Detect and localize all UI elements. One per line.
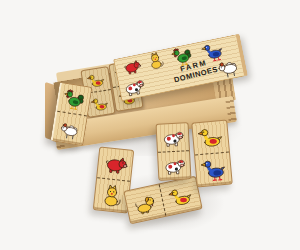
- goose-icon: [199, 155, 227, 183]
- tile-half-pig: [97, 147, 133, 181]
- cat-icon: [98, 181, 127, 210]
- tile-half-rooster: [57, 83, 91, 116]
- lid-animal-cow: [121, 73, 148, 100]
- duck-icon: [166, 182, 194, 210]
- cow-icon: [160, 125, 185, 150]
- pig-icon: [101, 150, 130, 179]
- tile-half-cow: [157, 123, 189, 152]
- tile-half-duck: [192, 121, 229, 155]
- tile-half-cow: [158, 151, 190, 180]
- rooster-icon: [62, 87, 87, 112]
- domino-tile-cow-cow: [156, 122, 192, 181]
- duck-icon: [197, 123, 225, 151]
- tile-half-goose: [195, 152, 232, 186]
- tile-half-sheep: [53, 112, 87, 145]
- sheep-icon: [57, 116, 82, 141]
- domino-tile-duck-goose: [191, 120, 233, 188]
- cow-icon: [162, 153, 187, 178]
- cow-icon: [121, 73, 148, 100]
- product-photo-farm-dominoes: FARM DOMINOES: [0, 0, 300, 250]
- tile-half-duck: [160, 177, 202, 216]
- dog-icon: [131, 190, 159, 218]
- duck-icon: [90, 93, 111, 114]
